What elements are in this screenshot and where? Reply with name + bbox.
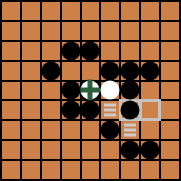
board-cell[interactable]: [42, 161, 60, 179]
board-cell[interactable]: [2, 101, 20, 119]
black-stone: [61, 101, 80, 120]
black-stone: [121, 141, 140, 160]
board-cell[interactable]: [2, 42, 20, 60]
board-cell[interactable]: [161, 161, 179, 179]
board-cell[interactable]: [42, 2, 60, 20]
board-cell[interactable]: [121, 22, 139, 40]
board-cell[interactable]: [141, 42, 159, 60]
white-stone: [101, 81, 120, 100]
board-cell[interactable]: [2, 161, 20, 179]
black-stone: [141, 61, 160, 80]
black-stone: [141, 141, 160, 160]
board-cell[interactable]: [101, 82, 119, 100]
board-cell[interactable]: [62, 121, 80, 139]
board-cell[interactable]: [22, 62, 40, 80]
board-cell[interactable]: [22, 141, 40, 159]
board-cell[interactable]: [2, 2, 20, 20]
board-cell[interactable]: [22, 42, 40, 60]
board-cell[interactable]: [141, 141, 159, 159]
black-stone: [121, 61, 140, 80]
board-cell[interactable]: [22, 2, 40, 20]
board-cell[interactable]: [121, 42, 139, 60]
board-cell[interactable]: [82, 101, 100, 119]
board-cell[interactable]: [82, 42, 100, 60]
board-cell[interactable]: [121, 141, 139, 159]
board-cell[interactable]: [101, 141, 119, 159]
board-cell[interactable]: [121, 82, 139, 100]
gray-square-marker: [139, 99, 161, 121]
board-cell[interactable]: [161, 82, 179, 100]
board-cell[interactable]: [82, 2, 100, 20]
marker-line: [104, 114, 116, 117]
board-cell[interactable]: [42, 22, 60, 40]
board-cell[interactable]: [82, 22, 100, 40]
board-cell[interactable]: [82, 121, 100, 139]
board-cell[interactable]: [141, 101, 159, 119]
board-cell[interactable]: [42, 141, 60, 159]
board-cell[interactable]: [161, 101, 179, 119]
board-cell[interactable]: [42, 62, 60, 80]
board-cell[interactable]: [141, 62, 159, 80]
board-cell[interactable]: [121, 2, 139, 20]
board-cell[interactable]: [62, 101, 80, 119]
black-stone: [61, 81, 80, 100]
board-cell[interactable]: [62, 161, 80, 179]
board-cell[interactable]: [161, 62, 179, 80]
board-cell[interactable]: [101, 62, 119, 80]
board-cell[interactable]: [82, 141, 100, 159]
board-cell[interactable]: [62, 22, 80, 40]
board-cell[interactable]: [2, 141, 20, 159]
board-cell[interactable]: [82, 161, 100, 179]
black-stone: [61, 41, 80, 60]
board-cell[interactable]: [101, 121, 119, 139]
board-cell[interactable]: [101, 101, 119, 119]
three-lines-marker: [104, 104, 116, 117]
board-cell[interactable]: [121, 101, 139, 119]
board-cell[interactable]: [101, 22, 119, 40]
board-cell[interactable]: [62, 42, 80, 60]
board-cell[interactable]: [141, 2, 159, 20]
board-cell[interactable]: [42, 82, 60, 100]
game-board: [0, 0, 181, 181]
board-cell[interactable]: [22, 101, 40, 119]
black-stone: [121, 81, 140, 100]
board-cell[interactable]: [121, 62, 139, 80]
board-cell[interactable]: [62, 82, 80, 100]
board-cell[interactable]: [161, 141, 179, 159]
board-cell[interactable]: [62, 62, 80, 80]
board-cell[interactable]: [2, 62, 20, 80]
board-cell[interactable]: [101, 161, 119, 179]
black-stone: [101, 61, 120, 80]
marker-line: [124, 124, 136, 127]
board-cell[interactable]: [62, 2, 80, 20]
marker-line: [124, 129, 136, 132]
board-cell[interactable]: [42, 101, 60, 119]
board-cell[interactable]: [101, 2, 119, 20]
board-cell[interactable]: [62, 141, 80, 159]
board-cell[interactable]: [101, 42, 119, 60]
board-cell[interactable]: [141, 22, 159, 40]
board-cell[interactable]: [161, 42, 179, 60]
board-cell[interactable]: [141, 82, 159, 100]
marker-line: [104, 109, 116, 112]
three-lines-marker: [124, 124, 136, 137]
board-cell[interactable]: [42, 42, 60, 60]
board-cell[interactable]: [121, 161, 139, 179]
board-cell[interactable]: [121, 121, 139, 139]
board-cell[interactable]: [22, 82, 40, 100]
marker-line: [104, 104, 116, 107]
board-cell[interactable]: [22, 161, 40, 179]
black-stone: [41, 61, 60, 80]
board-cell[interactable]: [141, 121, 159, 139]
marker-line: [124, 134, 136, 137]
green-cross-icon: [80, 88, 101, 93]
board-cell[interactable]: [2, 22, 20, 40]
board-cell[interactable]: [2, 121, 20, 139]
board-cell[interactable]: [161, 2, 179, 20]
board-cell[interactable]: [82, 82, 100, 100]
board-cell[interactable]: [141, 161, 159, 179]
black-stone: [81, 41, 100, 60]
board-cell[interactable]: [22, 22, 40, 40]
board-cell[interactable]: [22, 121, 40, 139]
board-cell[interactable]: [161, 121, 179, 139]
board-cell[interactable]: [42, 121, 60, 139]
black-stone: [101, 121, 120, 140]
black-stone: [81, 101, 100, 120]
board-cell[interactable]: [161, 22, 179, 40]
board-cell[interactable]: [2, 82, 20, 100]
board-cell[interactable]: [82, 62, 100, 80]
black-stone: [121, 101, 140, 120]
